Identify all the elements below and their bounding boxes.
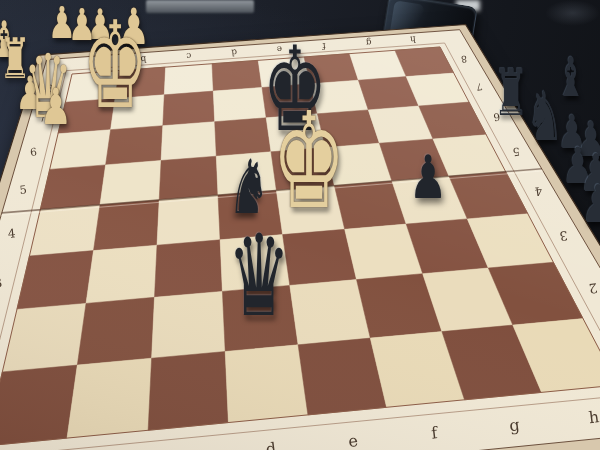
captured-black-pawn: ♟ [581,178,600,230]
rank-label-left-5: 5 [19,183,28,197]
captured-black-rook: ♜ [493,61,529,125]
file-label-bottom-h: h [588,407,600,427]
scene: aabbccddeeffgghh8877665544332211 ♝♜♟♟♟♟♛… [0,0,600,450]
piece-black-pawn-g4[interactable]: ♟ [409,148,448,208]
captured-white-pawn: ♟ [40,82,72,132]
piece-white-king-e4[interactable]: ♚ [272,95,346,228]
piece-black-queen-d2[interactable]: ♛ [227,220,290,333]
captured-white-king: ♚ [82,6,149,126]
file-label-top-c: c [186,51,192,61]
